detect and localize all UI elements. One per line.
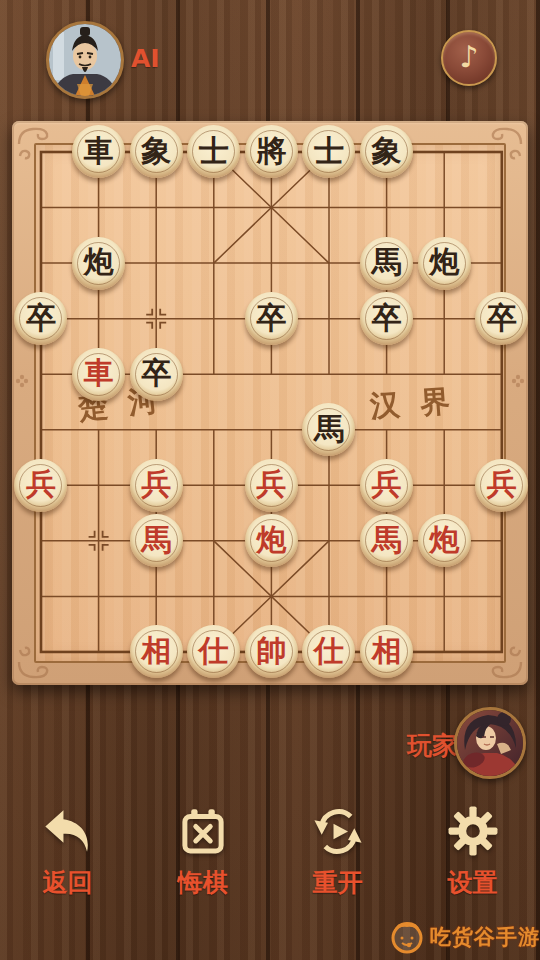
piece-black-chariot[interactable]: 車 <box>72 125 125 178</box>
restart-button[interactable]: 重开 <box>270 792 405 907</box>
piece-glyph: 炮 <box>84 247 114 277</box>
watermark-face-icon <box>388 918 426 956</box>
board-point: 馬 <box>300 402 358 458</box>
piece-glyph: 士 <box>314 136 344 166</box>
undo-label: 悔棋 <box>178 866 228 899</box>
piece-red-soldier[interactable]: 兵 <box>14 459 67 512</box>
piece-red-elephant[interactable]: 相 <box>360 625 413 678</box>
player-avatar-portrait <box>457 710 523 776</box>
piece-glyph: 卒 <box>26 303 56 333</box>
piece-red-horse[interactable]: 馬 <box>130 514 183 567</box>
piece-glyph: 相 <box>141 636 171 666</box>
watermark: 吃货谷手游 <box>388 918 540 956</box>
board-point: 士 <box>300 124 358 180</box>
board-point: 將 <box>243 124 301 180</box>
music-button[interactable]: ♪ <box>441 30 497 86</box>
board-point: 馬 <box>127 513 185 569</box>
piece-glyph: 卒 <box>372 303 402 333</box>
board-point: 兵 <box>12 457 70 513</box>
piece-black-elephant[interactable]: 象 <box>130 125 183 178</box>
back-label: 返回 <box>43 866 93 899</box>
piece-red-advisor[interactable]: 仕 <box>302 625 355 678</box>
piece-glyph: 仕 <box>314 636 344 666</box>
piece-glyph: 馬 <box>372 525 402 555</box>
board-point: 馬 <box>358 235 416 291</box>
piece-black-soldier[interactable]: 卒 <box>360 292 413 345</box>
back-arrow-icon <box>39 802 97 860</box>
player-avatar <box>454 707 526 779</box>
piece-black-horse[interactable]: 馬 <box>302 403 355 456</box>
piece-black-soldier[interactable]: 卒 <box>245 292 298 345</box>
board-point: 象 <box>127 124 185 180</box>
piece-glyph: 卒 <box>141 358 171 388</box>
board-point: 兵 <box>243 457 301 513</box>
board-point: 帥 <box>243 624 301 680</box>
piece-glyph: 兵 <box>26 469 56 499</box>
piece-red-soldier[interactable]: 兵 <box>245 459 298 512</box>
restart-label: 重开 <box>313 866 363 899</box>
piece-red-elephant[interactable]: 相 <box>130 625 183 678</box>
piece-black-soldier[interactable]: 卒 <box>475 292 528 345</box>
board-point: 卒 <box>12 291 70 347</box>
board-point: 車 <box>70 346 128 402</box>
toolbar: 返回 悔棋 重开 <box>0 792 540 907</box>
piece-red-horse[interactable]: 馬 <box>360 514 413 567</box>
piece-glyph: 馬 <box>141 525 171 555</box>
piece-black-advisor[interactable]: 士 <box>302 125 355 178</box>
restart-icon <box>309 802 367 860</box>
back-button[interactable]: 返回 <box>0 792 135 907</box>
piece-black-elephant[interactable]: 象 <box>360 125 413 178</box>
undo-button[interactable]: 悔棋 <box>135 792 270 907</box>
piece-glyph: 兵 <box>487 469 517 499</box>
board-point: 相 <box>127 624 185 680</box>
xiangqi-board[interactable]: 楚河 汉界 車象士將士象炮馬炮卒卒卒卒卒馬車兵兵兵兵兵馬炮馬炮相仕帥仕相 <box>12 121 528 685</box>
undo-move-icon <box>174 802 232 860</box>
opponent-name: AI <box>131 44 160 73</box>
piece-glyph: 士 <box>199 136 229 166</box>
piece-glyph: 車 <box>84 136 114 166</box>
board-point: 相 <box>358 624 416 680</box>
game-screen: { "game": "xiangqi", "position": { "fen"… <box>0 0 540 960</box>
piece-black-soldier[interactable]: 卒 <box>130 348 183 401</box>
piece-glyph: 卒 <box>487 303 517 333</box>
piece-red-general[interactable]: 帥 <box>245 625 298 678</box>
board-point: 兵 <box>358 457 416 513</box>
board-point: 兵 <box>473 457 531 513</box>
piece-glyph: 象 <box>141 136 171 166</box>
board-point: 卒 <box>127 346 185 402</box>
piece-glyph: 炮 <box>256 525 286 555</box>
piece-glyph: 兵 <box>141 469 171 499</box>
piece-glyph: 炮 <box>429 247 459 277</box>
board-point: 炮 <box>415 235 473 291</box>
board-point: 卒 <box>473 291 531 347</box>
piece-red-soldier[interactable]: 兵 <box>360 459 413 512</box>
piece-glyph: 卒 <box>256 303 286 333</box>
board-point: 象 <box>358 124 416 180</box>
piece-red-soldier[interactable]: 兵 <box>475 459 528 512</box>
board-point: 炮 <box>415 513 473 569</box>
board-point: 仕 <box>185 624 243 680</box>
piece-glyph: 帥 <box>256 636 286 666</box>
board-point: 兵 <box>127 457 185 513</box>
board-point: 炮 <box>70 235 128 291</box>
player-name: 玩家 <box>407 729 457 762</box>
piece-black-advisor[interactable]: 士 <box>187 125 240 178</box>
board-point: 卒 <box>358 291 416 347</box>
settings-gear-icon <box>444 802 502 860</box>
piece-glyph: 將 <box>256 136 286 166</box>
board-point: 炮 <box>243 513 301 569</box>
piece-black-cannon[interactable]: 炮 <box>418 237 471 290</box>
board-grid[interactable]: 車象士將士象炮馬炮卒卒卒卒卒馬車兵兵兵兵兵馬炮馬炮相仕帥仕相 <box>12 124 530 680</box>
music-note-icon: ♪ <box>459 42 478 72</box>
piece-glyph: 兵 <box>372 469 402 499</box>
piece-glyph: 車 <box>84 358 114 388</box>
piece-black-horse[interactable]: 馬 <box>360 237 413 290</box>
piece-glyph: 相 <box>372 636 402 666</box>
board-point: 車 <box>70 124 128 180</box>
piece-glyph: 馬 <box>372 247 402 277</box>
watermark-text: 吃货谷手游 <box>430 923 540 951</box>
settings-button[interactable]: 设置 <box>405 792 540 907</box>
ai-avatar-portrait <box>49 24 121 96</box>
settings-label: 设置 <box>448 866 498 899</box>
piece-red-soldier[interactable]: 兵 <box>130 459 183 512</box>
piece-red-advisor[interactable]: 仕 <box>187 625 240 678</box>
piece-red-chariot[interactable]: 車 <box>72 348 125 401</box>
piece-black-general[interactable]: 將 <box>245 125 298 178</box>
piece-red-cannon[interactable]: 炮 <box>418 514 471 567</box>
board-point: 馬 <box>358 513 416 569</box>
piece-glyph: 炮 <box>429 525 459 555</box>
ai-avatar <box>46 21 124 99</box>
piece-glyph: 仕 <box>199 636 229 666</box>
piece-glyph: 象 <box>372 136 402 166</box>
piece-red-cannon[interactable]: 炮 <box>245 514 298 567</box>
board-point: 卒 <box>243 291 301 347</box>
board-point: 仕 <box>300 624 358 680</box>
board-point: 士 <box>185 124 243 180</box>
piece-black-cannon[interactable]: 炮 <box>72 237 125 290</box>
piece-black-soldier[interactable]: 卒 <box>14 292 67 345</box>
piece-glyph: 馬 <box>314 414 344 444</box>
piece-glyph: 兵 <box>256 469 286 499</box>
